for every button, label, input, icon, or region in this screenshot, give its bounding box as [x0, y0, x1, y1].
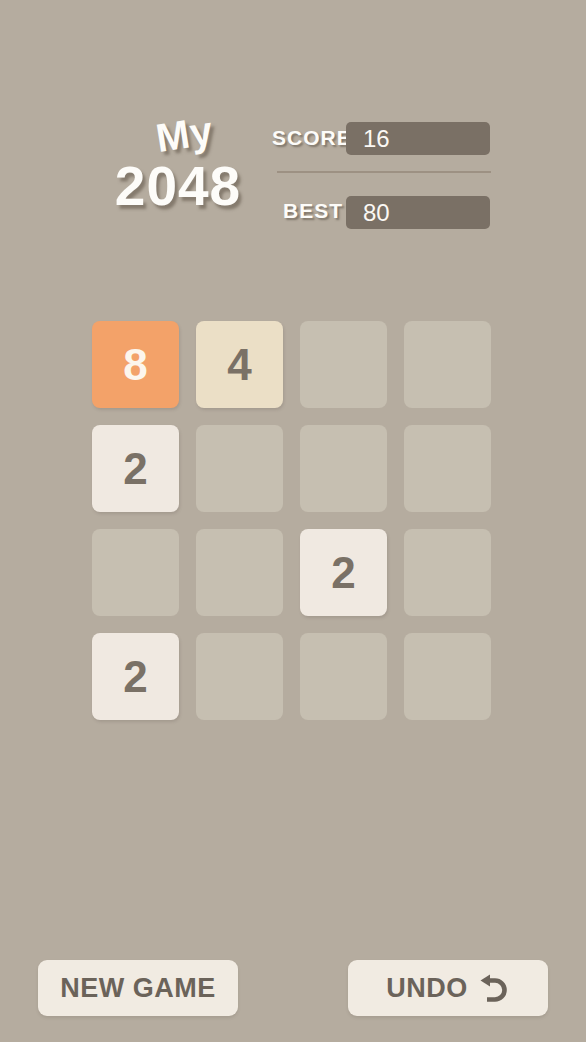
cell-r3-c1-empty: [92, 529, 179, 616]
cell-r2-c3-empty: [300, 425, 387, 512]
best-label: BEST: [283, 199, 343, 223]
cell-r2-c2-empty: [196, 425, 283, 512]
cell-r3-c2-empty: [196, 529, 283, 616]
undo-arrow-icon: [478, 971, 510, 1005]
cell-r1-c1-tile-8: 8: [92, 321, 179, 408]
cell-r4-c2-empty: [196, 633, 283, 720]
cell-r4-c1-tile-2: 2: [92, 633, 179, 720]
cell-r1-c2-tile-4: 4: [196, 321, 283, 408]
cell-r2-c1-tile-2: 2: [92, 425, 179, 512]
cell-r3-c3-tile-2: 2: [300, 529, 387, 616]
score-divider: [277, 171, 491, 173]
cell-r2-c4-empty: [404, 425, 491, 512]
cell-r1-c4-empty: [404, 321, 491, 408]
undo-button-label: UNDO: [386, 973, 468, 1004]
score-label: SCORE: [272, 126, 352, 150]
logo-line1: My: [153, 108, 217, 161]
undo-button[interactable]: UNDO: [348, 960, 548, 1016]
cell-r3-c4-empty: [404, 529, 491, 616]
cell-r4-c3-empty: [300, 633, 387, 720]
logo-line2: 2048: [92, 159, 264, 214]
board-grid[interactable]: 84222: [92, 321, 491, 720]
new-game-button[interactable]: NEW GAME: [38, 960, 238, 1016]
score-value-box: 16: [346, 122, 490, 155]
new-game-button-label: NEW GAME: [60, 973, 216, 1004]
cell-r4-c4-empty: [404, 633, 491, 720]
best-value-box: 80: [346, 196, 490, 229]
cell-r1-c3-empty: [300, 321, 387, 408]
app-logo: My 2048: [92, 112, 264, 214]
